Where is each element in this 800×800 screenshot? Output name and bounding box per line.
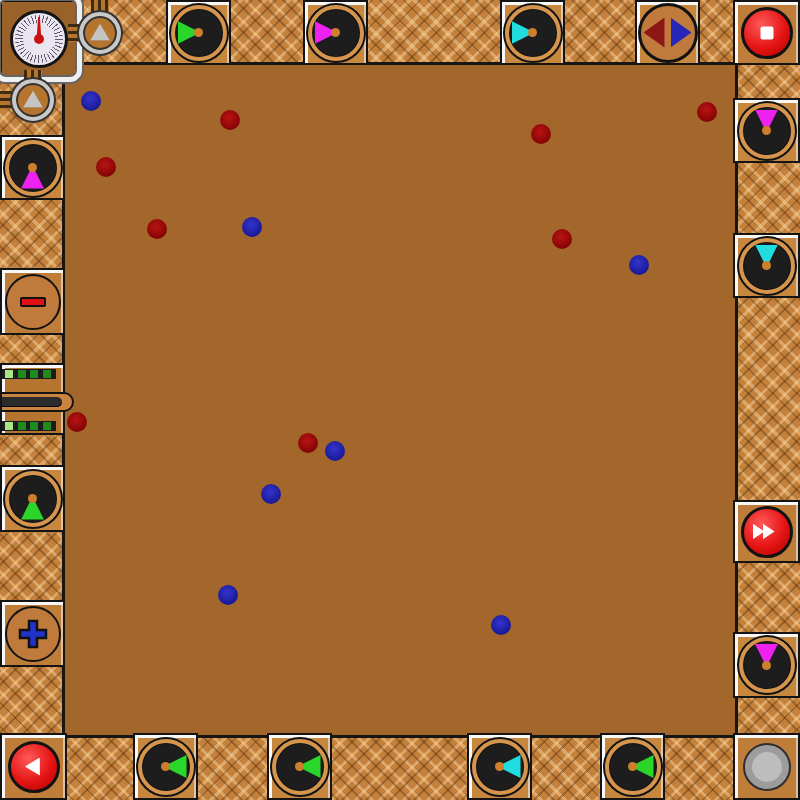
- launcher-wheel-tile[interactable]: [166, 0, 231, 65]
- launcher-wheel-tile[interactable]: [133, 733, 198, 800]
- launcher-wheel-tile[interactable]: [0, 465, 65, 532]
- ball-blue: [629, 255, 649, 275]
- wheel-hub: [762, 661, 771, 670]
- wheel-hub: [495, 762, 504, 771]
- triangle-up-icon: [90, 24, 110, 41]
- wheel-hub: [628, 762, 637, 771]
- wheel-hub: [194, 28, 203, 37]
- launcher-wheel-tile[interactable]: [467, 733, 532, 800]
- launcher-wheel: [169, 3, 229, 63]
- playfield: [62, 62, 738, 738]
- ball-blue: [491, 615, 511, 635]
- button-tile: [0, 268, 65, 335]
- ball-red: [96, 157, 116, 177]
- wheel-hub: [295, 762, 304, 771]
- launcher-wheel-tile[interactable]: [267, 733, 332, 800]
- back-icon: [25, 758, 40, 776]
- button-tile: [733, 500, 800, 563]
- launcher-wheel: [3, 138, 63, 198]
- counter-light: [5, 370, 13, 378]
- ball-blue: [218, 585, 238, 605]
- triangle-valve-button[interactable]: [12, 79, 54, 121]
- triangle-valve-button[interactable]: [79, 12, 121, 54]
- wheel-hub: [528, 28, 537, 37]
- launcher-wheel-tile[interactable]: [733, 233, 800, 298]
- button-tile: [0, 600, 65, 667]
- ball-blue: [261, 484, 281, 504]
- launcher-wheel: [737, 101, 797, 161]
- stop-button[interactable]: [741, 7, 793, 59]
- counter-light: [30, 422, 38, 430]
- counter-lights-row: [2, 421, 56, 431]
- launcher-wheel: [603, 737, 663, 797]
- ball-red: [552, 229, 572, 249]
- gray-circle-inner: [752, 752, 782, 782]
- ball-red: [697, 102, 717, 122]
- wheel-hub: [331, 28, 340, 37]
- back-button[interactable]: [8, 741, 60, 793]
- red-left-triangle-icon: [644, 18, 665, 48]
- wheel-hub: [161, 762, 170, 771]
- counter-light: [43, 370, 51, 378]
- slot-capsule: [0, 392, 74, 412]
- launcher-wheel: [306, 3, 366, 63]
- slot-bar: [2, 397, 62, 407]
- ball-red: [147, 219, 167, 239]
- wheel-hub: [762, 126, 771, 135]
- launcher-wheel: [470, 737, 530, 797]
- counter-light: [43, 422, 51, 430]
- launcher-wheel-tile[interactable]: [733, 98, 800, 163]
- button-tile: [733, 0, 800, 65]
- launcher-wheel: [136, 737, 196, 797]
- plus-icon: [16, 617, 50, 651]
- button-tile: [733, 733, 800, 800]
- counter-lights-row: [2, 369, 56, 379]
- blue-right-triangle-icon: [671, 18, 692, 48]
- button-tile: [0, 733, 67, 800]
- direction-switch: [638, 3, 698, 63]
- ball-blue: [81, 91, 101, 111]
- launcher-wheel: [3, 469, 63, 529]
- launcher-wheel: [737, 236, 797, 296]
- counter-light: [18, 422, 26, 430]
- launcher-wheel-tile[interactable]: [733, 632, 800, 698]
- ball-red: [67, 412, 87, 432]
- ball-red: [531, 124, 551, 144]
- wheel-hub: [28, 163, 37, 172]
- minus-icon: [20, 297, 46, 307]
- ball-blue: [325, 441, 345, 461]
- counter-light: [18, 370, 26, 378]
- minus-button[interactable]: [5, 274, 61, 330]
- ball-red: [298, 433, 318, 453]
- launcher-wheel-tile[interactable]: [500, 0, 565, 65]
- launcher-wheel-tile[interactable]: [600, 733, 665, 800]
- stop-icon: [760, 26, 773, 39]
- ball-red: [220, 110, 240, 130]
- wheel-hub: [762, 261, 771, 270]
- game-board: [0, 0, 800, 800]
- counter-light: [30, 370, 38, 378]
- plus-button[interactable]: [5, 606, 61, 662]
- counter-device-tile: [0, 363, 65, 435]
- launcher-wheel: [270, 737, 330, 797]
- gray-circle-button[interactable]: [743, 743, 791, 791]
- launcher-wheel: [737, 635, 797, 695]
- ball-blue: [242, 217, 262, 237]
- launcher-wheel-tile[interactable]: [0, 135, 65, 200]
- triangle-up-icon: [23, 91, 43, 108]
- launcher-wheel: [503, 3, 563, 63]
- fast-forward-button[interactable]: [741, 506, 793, 558]
- launcher-wheel-tile[interactable]: [303, 0, 368, 65]
- direction-switch-tile[interactable]: [635, 0, 700, 65]
- counter-light: [5, 422, 13, 430]
- fast-forward-icon: [763, 524, 775, 540]
- wheel-hub: [28, 494, 37, 503]
